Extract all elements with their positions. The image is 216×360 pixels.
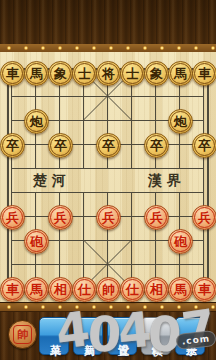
piece-red-chariot[interactable]: 車 bbox=[192, 277, 216, 302]
piece-glyph: 帥 bbox=[98, 279, 119, 300]
piece-glyph: 象 bbox=[146, 63, 167, 84]
piece-glyph: 馬 bbox=[170, 279, 191, 300]
piece-glyph: 馬 bbox=[170, 63, 191, 84]
piece-glyph: 相 bbox=[146, 279, 167, 300]
piece-red-chariot[interactable]: 車 bbox=[0, 277, 25, 302]
piece-black-advisor[interactable]: 士 bbox=[120, 61, 145, 86]
piece-red-elephant[interactable]: 相 bbox=[144, 277, 169, 302]
piece-glyph: 卒 bbox=[194, 135, 215, 156]
piece-red-soldier[interactable]: 兵 bbox=[0, 205, 25, 230]
piece-black-chariot[interactable]: 車 bbox=[0, 61, 25, 86]
piece-black-horse[interactable]: 馬 bbox=[24, 61, 49, 86]
piece-glyph: 卒 bbox=[146, 135, 167, 156]
piece-black-cannon[interactable]: 炮 bbox=[24, 109, 49, 134]
piece-glyph: 仕 bbox=[74, 279, 95, 300]
new-game-button[interactable]: 新局 bbox=[73, 317, 103, 355]
piece-black-soldier[interactable]: 卒 bbox=[192, 133, 216, 158]
piece-red-cannon[interactable]: 砲 bbox=[24, 229, 49, 254]
red-general-seal: 帥 bbox=[13, 325, 32, 344]
piece-black-cannon[interactable]: 炮 bbox=[168, 109, 193, 134]
piece-red-general[interactable]: 帥 bbox=[96, 277, 121, 302]
bottom-stud-rail bbox=[0, 302, 216, 312]
river-label-han: 漢界 bbox=[141, 169, 193, 191]
piece-glyph: 卒 bbox=[98, 135, 119, 156]
piece-red-soldier[interactable]: 兵 bbox=[48, 205, 73, 230]
piece-red-advisor[interactable]: 仕 bbox=[72, 277, 97, 302]
piece-glyph: 兵 bbox=[50, 207, 71, 228]
piece-black-soldier[interactable]: 卒 bbox=[48, 133, 73, 158]
xiangqi-app-screen: 楚河 漢界 車馬象士将士象馬車炮炮卒卒卒卒卒兵兵兵兵兵砲砲車馬相仕帥仕相馬車 帥… bbox=[0, 0, 216, 360]
piece-glyph: 砲 bbox=[26, 231, 47, 252]
piece-red-horse[interactable]: 馬 bbox=[168, 277, 193, 302]
piece-red-horse[interactable]: 馬 bbox=[24, 277, 49, 302]
piece-glyph: 炮 bbox=[26, 111, 47, 132]
piece-red-elephant[interactable]: 相 bbox=[48, 277, 73, 302]
piece-red-soldier[interactable]: 兵 bbox=[192, 205, 216, 230]
piece-black-elephant[interactable]: 象 bbox=[48, 61, 73, 86]
piece-glyph: 車 bbox=[194, 279, 215, 300]
piece-glyph: 兵 bbox=[98, 207, 119, 228]
undo-button-label: 悔棋 bbox=[149, 335, 164, 337]
piece-glyph: 車 bbox=[2, 63, 23, 84]
piece-glyph: 卒 bbox=[2, 135, 23, 156]
piece-red-cannon[interactable]: 砲 bbox=[168, 229, 193, 254]
piece-glyph: 兵 bbox=[146, 207, 167, 228]
piece-black-elephant[interactable]: 象 bbox=[144, 61, 169, 86]
piece-black-soldier[interactable]: 卒 bbox=[144, 133, 169, 158]
piece-black-soldier[interactable]: 卒 bbox=[0, 133, 25, 158]
piece-glyph: 卒 bbox=[50, 135, 71, 156]
piece-red-advisor[interactable]: 仕 bbox=[120, 277, 145, 302]
piece-glyph: 仕 bbox=[122, 279, 143, 300]
undo-button[interactable]: 悔棋 bbox=[141, 317, 171, 355]
new-game-button-label: 新局 bbox=[81, 335, 96, 337]
river-label-chu: 楚河 bbox=[26, 169, 78, 191]
piece-glyph: 車 bbox=[194, 63, 215, 84]
piece-glyph: 馬 bbox=[26, 63, 47, 84]
settings-button[interactable]: 设置 bbox=[107, 317, 137, 355]
piece-black-chariot[interactable]: 車 bbox=[192, 61, 216, 86]
piece-glyph: 相 bbox=[50, 279, 71, 300]
piece-black-soldier[interactable]: 卒 bbox=[96, 133, 121, 158]
piece-red-soldier[interactable]: 兵 bbox=[96, 205, 121, 230]
hint-button-label: 提示 bbox=[183, 335, 198, 337]
piece-glyph: 車 bbox=[2, 279, 23, 300]
piece-glyph: 士 bbox=[74, 63, 95, 84]
turn-indicator: 帥 bbox=[8, 320, 37, 349]
hint-button[interactable]: 提示 bbox=[175, 317, 205, 355]
piece-glyph: 士 bbox=[122, 63, 143, 84]
piece-black-horse[interactable]: 馬 bbox=[168, 61, 193, 86]
piece-glyph: 兵 bbox=[2, 207, 23, 228]
piece-black-advisor[interactable]: 士 bbox=[72, 61, 97, 86]
piece-glyph: 兵 bbox=[194, 207, 215, 228]
piece-glyph: 馬 bbox=[26, 279, 47, 300]
piece-red-soldier[interactable]: 兵 bbox=[144, 205, 169, 230]
piece-glyph: 象 bbox=[50, 63, 71, 84]
piece-glyph: 将 bbox=[98, 63, 119, 84]
menu-button[interactable]: 菜单 bbox=[39, 317, 69, 355]
xiangqi-board[interactable]: 楚河 漢界 車馬象士将士象馬車炮炮卒卒卒卒卒兵兵兵兵兵砲砲車馬相仕帥仕相馬車 bbox=[0, 52, 216, 302]
piece-black-general[interactable]: 将 bbox=[96, 61, 121, 86]
menu-button-label: 菜单 bbox=[47, 335, 62, 337]
piece-glyph: 炮 bbox=[170, 111, 191, 132]
piece-glyph: 砲 bbox=[170, 231, 191, 252]
settings-button-label: 设置 bbox=[115, 335, 130, 337]
